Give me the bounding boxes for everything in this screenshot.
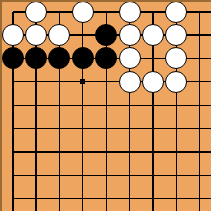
intersection-r2c9[interactable]: [188, 23, 211, 46]
intersection-r3c1[interactable]: [1, 47, 24, 70]
intersection-r1c5[interactable]: [95, 0, 118, 23]
intersection-r5c7[interactable]: [141, 94, 164, 117]
intersection-r9c6[interactable]: [118, 187, 141, 210]
go-board: [0, 0, 211, 211]
intersection-r6c6[interactable]: [118, 117, 141, 140]
intersection-r5c3[interactable]: [48, 94, 71, 117]
hoshi-marker: [80, 79, 85, 84]
white-stone: [165, 71, 187, 93]
intersection-r7c1[interactable]: [1, 140, 24, 163]
intersection-r6c4[interactable]: [71, 117, 94, 140]
intersection-r7c9[interactable]: [188, 140, 211, 163]
intersection-r8c9[interactable]: [188, 164, 211, 187]
intersection-r4c9[interactable]: [188, 70, 211, 93]
intersection-r6c7[interactable]: [141, 117, 164, 140]
intersection-r7c2[interactable]: [24, 140, 47, 163]
intersection-r9c2[interactable]: [24, 187, 47, 210]
white-stone: [165, 24, 187, 46]
white-stone: [119, 47, 141, 69]
intersection-r2c3[interactable]: [48, 23, 71, 46]
intersection-r9c8[interactable]: [165, 187, 188, 210]
intersection-r1c8[interactable]: [165, 0, 188, 23]
intersection-r4c4[interactable]: [71, 70, 94, 93]
intersection-r5c5[interactable]: [95, 94, 118, 117]
intersection-r8c2[interactable]: [24, 164, 47, 187]
go-grid: [1, 0, 211, 211]
intersection-r5c6[interactable]: [118, 94, 141, 117]
intersection-r6c9[interactable]: [188, 117, 211, 140]
black-stone: [48, 47, 70, 69]
white-stone: [25, 24, 47, 46]
intersection-r4c5[interactable]: [95, 70, 118, 93]
intersection-r9c3[interactable]: [48, 187, 71, 210]
white-stone: [165, 47, 187, 69]
intersection-r6c8[interactable]: [165, 117, 188, 140]
black-stone: [72, 47, 94, 69]
intersection-r2c4[interactable]: [71, 23, 94, 46]
intersection-r1c3[interactable]: [48, 0, 71, 23]
intersection-r3c3[interactable]: [48, 47, 71, 70]
intersection-r5c8[interactable]: [165, 94, 188, 117]
intersection-r8c7[interactable]: [141, 164, 164, 187]
white-stone: [72, 1, 94, 23]
white-stone: [2, 24, 24, 46]
intersection-r2c1[interactable]: [1, 23, 24, 46]
intersection-r9c7[interactable]: [141, 187, 164, 210]
intersection-r2c2[interactable]: [24, 23, 47, 46]
intersection-r6c2[interactable]: [24, 117, 47, 140]
intersection-r4c3[interactable]: [48, 70, 71, 93]
intersection-r1c6[interactable]: [118, 0, 141, 23]
intersection-r7c3[interactable]: [48, 140, 71, 163]
intersection-r9c1[interactable]: [1, 187, 24, 210]
intersection-r4c8[interactable]: [165, 70, 188, 93]
intersection-r8c4[interactable]: [71, 164, 94, 187]
black-stone: [95, 24, 117, 46]
black-stone: [2, 47, 24, 69]
intersection-r8c3[interactable]: [48, 164, 71, 187]
white-stone: [48, 24, 70, 46]
intersection-r8c5[interactable]: [95, 164, 118, 187]
intersection-r8c6[interactable]: [118, 164, 141, 187]
intersection-r2c5[interactable]: [95, 23, 118, 46]
intersection-r4c2[interactable]: [24, 70, 47, 93]
intersection-r6c3[interactable]: [48, 117, 71, 140]
intersection-r3c4[interactable]: [71, 47, 94, 70]
intersection-r4c6[interactable]: [118, 70, 141, 93]
intersection-r7c5[interactable]: [95, 140, 118, 163]
intersection-r9c5[interactable]: [95, 187, 118, 210]
intersection-r7c6[interactable]: [118, 140, 141, 163]
intersection-r3c9[interactable]: [188, 47, 211, 70]
intersection-r2c8[interactable]: [165, 23, 188, 46]
intersection-r1c2[interactable]: [24, 0, 47, 23]
intersection-r2c6[interactable]: [118, 23, 141, 46]
white-stone: [165, 1, 187, 23]
intersection-r1c4[interactable]: [71, 0, 94, 23]
intersection-r3c6[interactable]: [118, 47, 141, 70]
intersection-r9c9[interactable]: [188, 187, 211, 210]
white-stone: [25, 1, 47, 23]
intersection-r7c8[interactable]: [165, 140, 188, 163]
intersection-r7c7[interactable]: [141, 140, 164, 163]
intersection-r8c8[interactable]: [165, 164, 188, 187]
intersection-r1c7[interactable]: [141, 0, 164, 23]
intersection-r1c1[interactable]: [1, 0, 24, 23]
black-stone: [95, 47, 117, 69]
intersection-r3c2[interactable]: [24, 47, 47, 70]
intersection-r2c7[interactable]: [141, 23, 164, 46]
intersection-r5c1[interactable]: [1, 94, 24, 117]
intersection-r6c1[interactable]: [1, 117, 24, 140]
black-stone: [25, 47, 47, 69]
intersection-r4c7[interactable]: [141, 70, 164, 93]
intersection-r3c8[interactable]: [165, 47, 188, 70]
intersection-r8c1[interactable]: [1, 164, 24, 187]
intersection-r3c5[interactable]: [95, 47, 118, 70]
white-stone: [142, 71, 164, 93]
intersection-r5c2[interactable]: [24, 94, 47, 117]
intersection-r4c1[interactable]: [1, 70, 24, 93]
white-stone: [119, 1, 141, 23]
intersection-r1c9[interactable]: [188, 0, 211, 23]
intersection-r7c4[interactable]: [71, 140, 94, 163]
white-stone: [119, 71, 141, 93]
intersection-r6c5[interactable]: [95, 117, 118, 140]
intersection-r3c7[interactable]: [141, 47, 164, 70]
intersection-r5c9[interactable]: [188, 94, 211, 117]
intersection-r5c4[interactable]: [71, 94, 94, 117]
intersection-r9c4[interactable]: [71, 187, 94, 210]
white-stone: [142, 24, 164, 46]
white-stone: [119, 24, 141, 46]
